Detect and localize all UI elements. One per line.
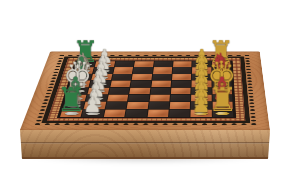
square-h2[interactable]: ♟ — [82, 109, 104, 116]
square-b6[interactable] — [172, 67, 191, 73]
rook-glyph: ♜ — [56, 83, 86, 116]
square-g5[interactable] — [148, 102, 169, 109]
square-h3[interactable] — [104, 109, 126, 116]
square-d4[interactable] — [131, 81, 151, 88]
square-h8[interactable]: ♜ — [212, 109, 233, 116]
square-g4[interactable] — [127, 102, 148, 109]
square-c3[interactable] — [112, 74, 132, 80]
square-f4[interactable] — [128, 95, 149, 102]
piece-white-rook-h1[interactable]: ♜ — [60, 109, 83, 116]
square-b4[interactable] — [133, 67, 153, 73]
square-f6[interactable] — [170, 95, 190, 102]
square-h4[interactable] — [125, 109, 147, 116]
perspective-scene: ♜♟♟♜♞♟♟♞♝♟♟♝♛♟♟♛♚♟♟♚♝♟♟♝♞♟♟♞♜♟♟♜ — [0, 0, 290, 180]
chess-board: ♜♟♟♜♞♟♟♞♝♟♟♝♛♟♟♛♚♟♟♚♝♟♟♝♞♟♟♞♜♟♟♜ — [20, 52, 270, 130]
piece-black-rook-h8[interactable]: ♜ — [212, 109, 233, 116]
square-f3[interactable] — [107, 95, 128, 102]
pawn-glyph: ♟ — [83, 94, 102, 115]
square-d3[interactable] — [110, 81, 131, 88]
chess-set-photo: ♜♟♟♜♞♟♟♞♝♟♟♝♛♟♟♛♚♟♟♚♝♟♟♝♞♟♟♞♜♟♟♜ — [0, 0, 290, 180]
rook-glyph: ♜ — [208, 83, 238, 116]
chess-board-grid: ♜♟♟♜♞♟♟♞♝♟♟♝♛♟♟♛♚♟♟♚♝♟♟♝♞♟♟♞♜♟♟♜ — [60, 61, 233, 117]
piece-white-pawn-h2[interactable]: ♟ — [82, 109, 104, 116]
square-h6[interactable] — [169, 109, 190, 116]
square-h1[interactable]: ♜ — [60, 109, 83, 116]
square-b5[interactable] — [153, 67, 172, 73]
square-h5[interactable] — [147, 109, 168, 116]
square-f5[interactable] — [149, 95, 170, 102]
square-g6[interactable] — [170, 102, 191, 109]
square-d5[interactable] — [151, 81, 171, 88]
square-c6[interactable] — [172, 74, 191, 80]
square-c4[interactable] — [132, 74, 152, 80]
square-c5[interactable] — [152, 74, 172, 80]
square-b3[interactable] — [113, 67, 133, 73]
square-d6[interactable] — [171, 81, 191, 88]
square-g3[interactable] — [105, 102, 127, 109]
